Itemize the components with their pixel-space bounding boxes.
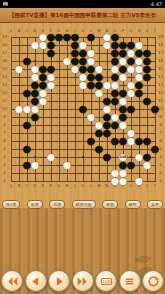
coord-label-bottom-J: J: [71, 184, 79, 188]
stone-white-N13: ●: [103, 81, 111, 89]
stone-white-K13: ●: [79, 81, 87, 89]
coord-label-right-19: 19: [157, 35, 164, 39]
stone-white-Q12: ●: [127, 89, 135, 97]
stone-black-C12: ●: [23, 89, 31, 97]
tab-button-6[interactable]: 研究: [125, 200, 141, 209]
coord-label-right-7: 7: [157, 131, 164, 135]
step-back-button[interactable]: [25, 270, 47, 292]
stone-black-R12: ●: [135, 89, 143, 97]
coord-label-left-14: 14: [1, 75, 8, 79]
coord-label-right-14: 14: [157, 75, 164, 79]
coord-label-right-13: 13: [157, 83, 164, 87]
coord-label-top-A: A: [7, 29, 15, 33]
coord-label-left-19: 19: [1, 35, 8, 39]
coord-label-left-1: 1: [1, 179, 8, 183]
step-forward-button[interactable]: [48, 270, 70, 292]
coord-label-top-M: M: [95, 29, 103, 33]
coord-label-left-3: 3: [1, 163, 8, 167]
stone-black-T10: ●: [151, 105, 159, 113]
stone-white-R4: ●: [135, 153, 143, 161]
stone-black-O8: ●: [111, 121, 119, 129]
coord-label-bottom-M: M: [95, 184, 103, 188]
stone-white-P14: ●: [119, 73, 127, 81]
keypad-button[interactable]: [95, 270, 117, 292]
coord-label-bottom-H: H: [63, 184, 71, 188]
status-time: 4:47: [151, 0, 162, 8]
coord-label-left-7: 7: [1, 131, 8, 135]
stone-black-S11: ●: [143, 97, 151, 105]
coord-label-left-2: 2: [1, 171, 8, 175]
stone-black-N4: ●: [103, 153, 111, 161]
rewind-to-start-button[interactable]: [1, 270, 23, 292]
stone-black-G19: ●: [55, 33, 63, 41]
stone-white-C10: ●: [23, 105, 31, 113]
coord-label-bottom-E: E: [39, 184, 47, 188]
stone-black-T5: ●: [151, 145, 159, 153]
coord-label-left-16: 16: [1, 59, 8, 63]
coord-label-bottom-D: D: [31, 184, 39, 188]
stone-black-P6: ●: [119, 137, 127, 145]
keyboard-icon: [100, 275, 113, 288]
coord-label-bottom-L: L: [87, 184, 95, 188]
stone-black-C16: ●: [23, 57, 31, 65]
toolbar: [0, 270, 165, 294]
game-title: 【围棋TV直播】第16届中国围甲联赛第二轮 古力VS李世石: [9, 12, 156, 19]
coord-label-bottom-F: F: [47, 184, 55, 188]
tab-button-7[interactable]: 菜单: [147, 200, 163, 209]
stone-white-D18: ●: [31, 41, 39, 49]
stone-black-Q10: ●: [127, 105, 135, 113]
coord-label-right-8: 8: [157, 123, 164, 127]
coord-label-right-15: 15: [157, 67, 164, 71]
refresh-button[interactable]: [142, 270, 164, 292]
stone-white-F13: ●: [47, 81, 55, 89]
tab-button-4[interactable]: 棋谱信息: [72, 200, 96, 209]
tab-button-5[interactable]: 形势: [102, 200, 118, 209]
coord-label-left-5: 5: [1, 147, 8, 151]
coord-label-left-6: 6: [1, 139, 8, 143]
stone-black-F17: ●: [47, 49, 55, 57]
coord-label-top-P: P: [119, 29, 127, 33]
coord-label-right-3: 3: [157, 163, 164, 167]
title-bar: 【围棋TV直播】第16届中国围甲联赛第二轮 古力VS李世石: [0, 8, 165, 23]
coord-label-left-9: 9: [1, 115, 8, 119]
coord-label-right-12: 12: [157, 91, 164, 95]
star-point-K4: [82, 156, 84, 158]
coord-label-top-Q: Q: [127, 29, 135, 33]
coord-label-right-2: 2: [157, 171, 164, 175]
coord-label-bottom-B: B: [15, 184, 23, 188]
coord-label-bottom-G: G: [55, 184, 63, 188]
go-app-window: 4:47 【围棋TV直播】第16届中国围甲联赛第二轮 古力VS李世石 AABBC…: [0, 0, 165, 294]
coord-label-right-9: 9: [157, 115, 164, 119]
fast-forward-button[interactable]: [72, 270, 94, 292]
stone-black-K10: ●: [79, 105, 87, 113]
coord-label-bottom-A: A: [7, 184, 15, 188]
tab-button-1[interactable]: 第2谱: [2, 200, 20, 209]
double-left-arrow-icon: [6, 275, 19, 288]
stone-white-L9: ●: [87, 113, 95, 121]
menu-button[interactable]: [119, 270, 141, 292]
stone-white-D3: ●: [31, 161, 39, 169]
coord-label-top-B: B: [15, 29, 23, 33]
coord-label-right-4: 4: [157, 155, 164, 159]
stone-white-P1: ●: [119, 177, 127, 185]
status-bar: 4:47: [0, 0, 165, 8]
stone-black-C5: ●: [23, 145, 31, 153]
tab-buttons-row: 第2谱前谱后谱棋谱信息形势研究菜单: [0, 199, 165, 210]
stone-black-C8: ●: [23, 121, 31, 129]
coord-label-right-16: 16: [157, 59, 164, 63]
coord-label-left-11: 11: [1, 99, 8, 103]
coord-label-right-18: 18: [157, 43, 164, 47]
stone-black-N7: ●: [103, 129, 111, 137]
star-point-D16: [34, 60, 36, 62]
coord-label-top-T: T: [151, 29, 159, 33]
menu-bars-icon: [123, 275, 136, 288]
coord-label-left-17: 17: [1, 51, 8, 55]
coord-label-bottom-N: N: [103, 184, 111, 188]
coord-label-bottom-T: T: [151, 184, 159, 188]
stone-white-O1: ●: [111, 177, 119, 185]
stone-black-S14: ●: [143, 73, 151, 81]
tab-button-3[interactable]: 后谱: [49, 200, 65, 209]
coord-label-left-12: 12: [1, 91, 8, 95]
coord-label-right-1: 1: [157, 179, 164, 183]
coord-label-top-D: D: [31, 29, 39, 33]
notification-icon: [3, 2, 8, 6]
stone-white-Q15: ●: [127, 65, 135, 73]
stone-white-E11: ●: [39, 97, 47, 105]
stone-white-E18: ●: [39, 41, 47, 49]
coord-label-bottom-Q: Q: [127, 184, 135, 188]
stone-black-M7: ●: [95, 129, 103, 137]
stone-black-Q3: ●: [127, 161, 135, 169]
stone-white-F4: ●: [47, 153, 55, 161]
stone-white-Q6: ●: [127, 137, 135, 145]
stone-white-S3: ●: [143, 161, 151, 169]
stone-white-P8: ●: [119, 121, 127, 129]
left-arrow-icon: [29, 275, 42, 288]
star-point-Q4: [130, 156, 132, 158]
stone-black-O6: ●: [111, 137, 119, 145]
stone-black-L13: ●: [87, 81, 95, 89]
coord-label-top-S: S: [143, 29, 151, 33]
coord-label-top-K: K: [79, 29, 87, 33]
coord-label-left-18: 18: [1, 43, 8, 47]
stone-white-B15: ●: [15, 65, 23, 73]
stone-white-H16: ●: [63, 57, 71, 65]
stone-black-O11: ●: [111, 97, 119, 105]
stone-black-L19: ●: [87, 33, 95, 41]
stone-black-D9: ●: [31, 113, 39, 121]
stone-black-H19: ●: [63, 33, 71, 41]
coord-label-right-17: 17: [157, 51, 164, 55]
right-arrow-icon: [53, 275, 66, 288]
stone-white-R1: ●: [135, 177, 143, 185]
stone-white-N18: ●: [103, 41, 111, 49]
coord-label-left-8: 8: [1, 123, 8, 127]
coord-label-left-15: 15: [1, 67, 8, 71]
coord-label-bottom-S: S: [143, 184, 151, 188]
star-point-D4: [34, 156, 36, 158]
stone-white-M12: ●: [95, 89, 103, 97]
stone-black-S6: ●: [143, 137, 151, 145]
coord-label-bottom-K: K: [79, 184, 87, 188]
stone-black-C3: ●: [23, 161, 31, 169]
coord-label-left-10: 10: [1, 107, 8, 111]
coord-label-bottom-C: C: [23, 184, 31, 188]
tab-button-2[interactable]: 前谱: [27, 200, 43, 209]
stone-black-R6: ●: [135, 137, 143, 145]
stone-white-H3: ●: [63, 161, 71, 169]
coord-label-top-C: C: [23, 29, 31, 33]
double-right-arrow-icon: [76, 275, 89, 288]
stone-white-J15: ●: [71, 65, 79, 73]
stone-black-M5: ●: [95, 145, 103, 153]
stone-black-L6: ●: [87, 137, 95, 145]
coord-label-left-4: 4: [1, 155, 8, 159]
circular-arrow-icon: [147, 275, 160, 288]
coord-label-top-R: R: [135, 29, 143, 33]
coord-label-left-13: 13: [1, 83, 8, 87]
stone-white-B10: ●: [15, 105, 23, 113]
